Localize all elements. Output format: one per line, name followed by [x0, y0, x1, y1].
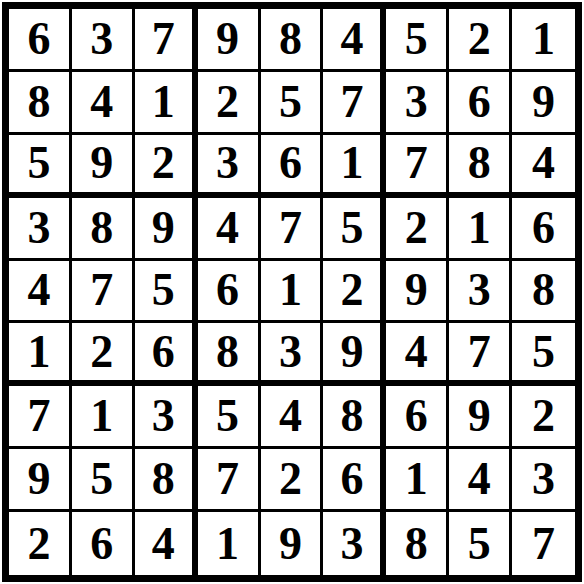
cell-r9c2: 6 — [72, 512, 135, 575]
cell-r5c4: 6 — [198, 261, 261, 324]
cell-r1c7: 5 — [386, 9, 449, 72]
cell-r7c2: 1 — [72, 386, 135, 449]
cell-r8c3: 8 — [135, 449, 198, 512]
cell-r2c1: 8 — [9, 72, 72, 135]
cell-r6c5: 3 — [261, 323, 324, 386]
cell-r1c9: 1 — [512, 9, 575, 72]
cell-r7c8: 9 — [449, 386, 512, 449]
cell-r1c8: 2 — [449, 9, 512, 72]
cell-r1c4: 9 — [198, 9, 261, 72]
cell-r3c5: 6 — [261, 135, 324, 198]
cell-r4c3: 9 — [135, 198, 198, 261]
cell-r8c1: 9 — [9, 449, 72, 512]
cell-r3c4: 3 — [198, 135, 261, 198]
cell-r6c7: 4 — [386, 323, 449, 386]
cell-r5c8: 3 — [449, 261, 512, 324]
cell-r6c4: 8 — [198, 323, 261, 386]
cell-r4c4: 4 — [198, 198, 261, 261]
cell-r4c1: 3 — [9, 198, 72, 261]
cell-r3c9: 4 — [512, 135, 575, 198]
cell-r7c3: 3 — [135, 386, 198, 449]
cell-r4c5: 7 — [261, 198, 324, 261]
cell-r4c7: 2 — [386, 198, 449, 261]
cell-r5c6: 2 — [323, 261, 386, 324]
cell-r3c1: 5 — [9, 135, 72, 198]
cell-r7c4: 5 — [198, 386, 261, 449]
cell-r8c7: 1 — [386, 449, 449, 512]
cell-r6c1: 1 — [9, 323, 72, 386]
cell-r8c8: 4 — [449, 449, 512, 512]
cell-r2c3: 1 — [135, 72, 198, 135]
cell-r1c5: 8 — [261, 9, 324, 72]
cell-r9c8: 5 — [449, 512, 512, 575]
cell-r9c1: 2 — [9, 512, 72, 575]
cell-r4c9: 6 — [512, 198, 575, 261]
cell-r5c2: 7 — [72, 261, 135, 324]
cell-r7c9: 2 — [512, 386, 575, 449]
cell-r2c8: 6 — [449, 72, 512, 135]
sudoku-board: 6379845218412573695923617843894752164756… — [2, 2, 582, 582]
cell-r7c5: 4 — [261, 386, 324, 449]
cell-r3c2: 9 — [72, 135, 135, 198]
cell-r9c9: 7 — [512, 512, 575, 575]
cell-r4c6: 5 — [323, 198, 386, 261]
cell-r5c3: 5 — [135, 261, 198, 324]
cell-r3c3: 2 — [135, 135, 198, 198]
cell-r9c6: 3 — [323, 512, 386, 575]
cell-r7c7: 6 — [386, 386, 449, 449]
cell-r5c9: 8 — [512, 261, 575, 324]
cell-r3c7: 7 — [386, 135, 449, 198]
cell-r1c2: 3 — [72, 9, 135, 72]
cell-r8c4: 7 — [198, 449, 261, 512]
cell-r8c9: 3 — [512, 449, 575, 512]
cell-r3c8: 8 — [449, 135, 512, 198]
cell-r6c6: 9 — [323, 323, 386, 386]
cell-r2c5: 5 — [261, 72, 324, 135]
cell-r8c6: 6 — [323, 449, 386, 512]
cell-r2c9: 9 — [512, 72, 575, 135]
cell-r1c1: 6 — [9, 9, 72, 72]
cell-r6c2: 2 — [72, 323, 135, 386]
cell-r9c7: 8 — [386, 512, 449, 575]
cell-r3c6: 1 — [323, 135, 386, 198]
cell-r6c3: 6 — [135, 323, 198, 386]
cell-r7c6: 8 — [323, 386, 386, 449]
cell-r5c7: 9 — [386, 261, 449, 324]
cell-r4c8: 1 — [449, 198, 512, 261]
cell-r6c8: 7 — [449, 323, 512, 386]
cell-r5c5: 1 — [261, 261, 324, 324]
cell-r9c3: 4 — [135, 512, 198, 575]
cell-r1c6: 4 — [323, 9, 386, 72]
cell-r9c4: 1 — [198, 512, 261, 575]
cell-r8c2: 5 — [72, 449, 135, 512]
cell-r4c2: 8 — [72, 198, 135, 261]
cell-r8c5: 2 — [261, 449, 324, 512]
cell-r2c4: 2 — [198, 72, 261, 135]
cell-r9c5: 9 — [261, 512, 324, 575]
cell-r1c3: 7 — [135, 9, 198, 72]
cell-r2c6: 7 — [323, 72, 386, 135]
cell-r2c2: 4 — [72, 72, 135, 135]
cell-r2c7: 3 — [386, 72, 449, 135]
cell-r6c9: 5 — [512, 323, 575, 386]
cell-r7c1: 7 — [9, 386, 72, 449]
cell-r5c1: 4 — [9, 261, 72, 324]
